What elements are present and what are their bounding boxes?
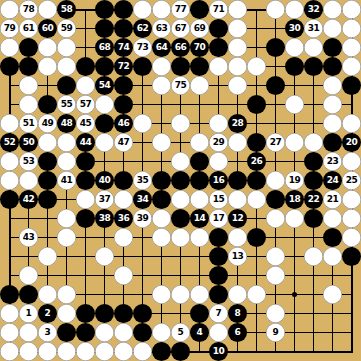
intersection-3-2[interactable] <box>57 38 76 57</box>
intersection-8-16[interactable] <box>152 304 171 323</box>
intersection-5-17[interactable] <box>95 323 114 342</box>
intersection-4-10[interactable] <box>76 190 95 209</box>
intersection-8-9[interactable] <box>152 171 171 190</box>
intersection-5-14[interactable] <box>95 266 114 285</box>
intersection-5-7[interactable] <box>95 133 114 152</box>
intersection-6-18[interactable] <box>114 342 133 361</box>
intersection-11-17[interactable] <box>209 323 228 342</box>
intersection-6-10[interactable] <box>114 190 133 209</box>
intersection-8-3[interactable] <box>152 57 171 76</box>
intersection-17-15[interactable] <box>323 285 342 304</box>
intersection-9-12[interactable] <box>171 228 190 247</box>
intersection-7-17[interactable] <box>133 323 152 342</box>
intersection-9-16[interactable] <box>171 304 190 323</box>
intersection-6-0[interactable] <box>114 0 133 19</box>
intersection-10-10[interactable] <box>190 190 209 209</box>
intersection-9-15[interactable] <box>171 285 190 304</box>
intersection-14-5[interactable] <box>266 95 285 114</box>
intersection-17-8[interactable]: 23 <box>323 152 342 171</box>
intersection-3-5[interactable]: 55 <box>57 95 76 114</box>
intersection-8-10[interactable] <box>152 190 171 209</box>
intersection-15-17[interactable] <box>285 323 304 342</box>
intersection-12-6[interactable]: 28 <box>228 114 247 133</box>
intersection-4-1[interactable] <box>76 19 95 38</box>
intersection-2-4[interactable] <box>38 76 57 95</box>
intersection-6-1[interactable] <box>114 19 133 38</box>
intersection-9-9[interactable] <box>171 171 190 190</box>
intersection-6-4[interactable] <box>114 76 133 95</box>
intersection-4-5[interactable]: 57 <box>76 95 95 114</box>
intersection-2-2[interactable] <box>38 38 57 57</box>
intersection-15-4[interactable] <box>285 76 304 95</box>
intersection-0-15[interactable] <box>0 285 19 304</box>
intersection-8-11[interactable] <box>152 209 171 228</box>
intersection-4-0[interactable] <box>76 0 95 19</box>
intersection-9-7[interactable] <box>171 133 190 152</box>
intersection-11-6[interactable] <box>209 114 228 133</box>
intersection-3-13[interactable] <box>57 247 76 266</box>
intersection-10-13[interactable] <box>190 247 209 266</box>
intersection-15-2[interactable] <box>285 38 304 57</box>
intersection-16-7[interactable] <box>304 133 323 152</box>
intersection-5-12[interactable] <box>95 228 114 247</box>
intersection-5-16[interactable] <box>95 304 114 323</box>
intersection-12-10[interactable] <box>228 190 247 209</box>
intersection-3-0[interactable]: 58 <box>57 0 76 19</box>
intersection-6-11[interactable]: 36 <box>114 209 133 228</box>
intersection-17-2[interactable] <box>323 38 342 57</box>
intersection-14-2[interactable] <box>266 38 285 57</box>
intersection-0-16[interactable] <box>0 304 19 323</box>
intersection-3-12[interactable] <box>57 228 76 247</box>
intersection-4-11[interactable] <box>76 209 95 228</box>
intersection-2-1[interactable]: 60 <box>38 19 57 38</box>
intersection-14-3[interactable] <box>266 57 285 76</box>
intersection-10-14[interactable] <box>190 266 209 285</box>
intersection-11-14[interactable] <box>209 266 228 285</box>
intersection-11-10[interactable]: 15 <box>209 190 228 209</box>
intersection-1-10[interactable]: 42 <box>19 190 38 209</box>
intersection-15-12[interactable] <box>285 228 304 247</box>
intersection-2-10[interactable] <box>38 190 57 209</box>
intersection-16-9[interactable] <box>304 171 323 190</box>
intersection-2-14[interactable] <box>38 266 57 285</box>
intersection-16-15[interactable] <box>304 285 323 304</box>
intersection-0-2[interactable] <box>0 38 19 57</box>
intersection-13-11[interactable] <box>247 209 266 228</box>
intersection-12-16[interactable]: 8 <box>228 304 247 323</box>
intersection-8-13[interactable] <box>152 247 171 266</box>
intersection-16-10[interactable]: 22 <box>304 190 323 209</box>
intersection-4-16[interactable] <box>76 304 95 323</box>
intersection-8-7[interactable] <box>152 133 171 152</box>
intersection-16-17[interactable] <box>304 323 323 342</box>
intersection-9-8[interactable] <box>171 152 190 171</box>
intersection-11-16[interactable]: 7 <box>209 304 228 323</box>
intersection-8-1[interactable]: 63 <box>152 19 171 38</box>
intersection-1-1[interactable]: 61 <box>19 19 38 38</box>
intersection-6-5[interactable] <box>114 95 133 114</box>
intersection-13-9[interactable] <box>247 171 266 190</box>
intersection-3-3[interactable] <box>57 57 76 76</box>
intersection-1-8[interactable]: 53 <box>19 152 38 171</box>
intersection-4-8[interactable] <box>76 152 95 171</box>
intersection-9-14[interactable] <box>171 266 190 285</box>
intersection-14-0[interactable] <box>266 0 285 19</box>
intersection-13-18[interactable] <box>247 342 266 361</box>
intersection-10-7[interactable] <box>190 133 209 152</box>
intersection-17-12[interactable] <box>323 228 342 247</box>
intersection-16-2[interactable] <box>304 38 323 57</box>
intersection-0-0[interactable] <box>0 0 19 19</box>
intersection-15-18[interactable] <box>285 342 304 361</box>
intersection-10-5[interactable] <box>190 95 209 114</box>
intersection-9-3[interactable] <box>171 57 190 76</box>
intersection-0-1[interactable]: 79 <box>0 19 19 38</box>
intersection-15-16[interactable] <box>285 304 304 323</box>
intersection-7-0[interactable] <box>133 0 152 19</box>
intersection-8-15[interactable] <box>152 285 171 304</box>
intersection-18-12[interactable] <box>342 228 361 247</box>
intersection-13-8[interactable]: 26 <box>247 152 266 171</box>
intersection-10-18[interactable] <box>190 342 209 361</box>
intersection-2-9[interactable] <box>38 171 57 190</box>
intersection-13-3[interactable] <box>247 57 266 76</box>
intersection-4-14[interactable] <box>76 266 95 285</box>
intersection-6-15[interactable] <box>114 285 133 304</box>
intersection-0-11[interactable] <box>0 209 19 228</box>
intersection-8-4[interactable] <box>152 76 171 95</box>
intersection-9-4[interactable]: 75 <box>171 76 190 95</box>
intersection-6-14[interactable] <box>114 266 133 285</box>
intersection-17-9[interactable]: 24 <box>323 171 342 190</box>
intersection-4-9[interactable] <box>76 171 95 190</box>
intersection-18-5[interactable] <box>342 95 361 114</box>
intersection-5-6[interactable] <box>95 114 114 133</box>
intersection-10-8[interactable] <box>190 152 209 171</box>
intersection-2-16[interactable]: 2 <box>38 304 57 323</box>
intersection-2-15[interactable] <box>38 285 57 304</box>
intersection-0-7[interactable]: 52 <box>0 133 19 152</box>
intersection-2-7[interactable] <box>38 133 57 152</box>
intersection-2-18[interactable] <box>38 342 57 361</box>
intersection-12-5[interactable] <box>228 95 247 114</box>
intersection-2-17[interactable]: 3 <box>38 323 57 342</box>
intersection-5-4[interactable]: 54 <box>95 76 114 95</box>
intersection-8-8[interactable] <box>152 152 171 171</box>
intersection-3-16[interactable] <box>57 304 76 323</box>
intersection-4-2[interactable] <box>76 38 95 57</box>
intersection-18-17[interactable] <box>342 323 361 342</box>
intersection-11-7[interactable]: 29 <box>209 133 228 152</box>
intersection-16-8[interactable] <box>304 152 323 171</box>
intersection-14-14[interactable] <box>266 266 285 285</box>
intersection-18-11[interactable] <box>342 209 361 228</box>
intersection-14-10[interactable] <box>266 190 285 209</box>
intersection-3-17[interactable] <box>57 323 76 342</box>
intersection-1-16[interactable]: 1 <box>19 304 38 323</box>
intersection-3-7[interactable] <box>57 133 76 152</box>
intersection-11-2[interactable] <box>209 38 228 57</box>
intersection-16-18[interactable] <box>304 342 323 361</box>
intersection-8-14[interactable] <box>152 266 171 285</box>
intersection-7-6[interactable] <box>133 114 152 133</box>
intersection-17-14[interactable] <box>323 266 342 285</box>
intersection-14-6[interactable] <box>266 114 285 133</box>
intersection-13-13[interactable] <box>247 247 266 266</box>
intersection-10-2[interactable]: 70 <box>190 38 209 57</box>
intersection-5-15[interactable] <box>95 285 114 304</box>
intersection-15-7[interactable] <box>285 133 304 152</box>
intersection-15-6[interactable] <box>285 114 304 133</box>
intersection-13-0[interactable] <box>247 0 266 19</box>
intersection-16-1[interactable]: 31 <box>304 19 323 38</box>
intersection-6-9[interactable] <box>114 171 133 190</box>
intersection-14-12[interactable] <box>266 228 285 247</box>
intersection-7-14[interactable] <box>133 266 152 285</box>
intersection-12-0[interactable] <box>228 0 247 19</box>
intersection-0-4[interactable] <box>0 76 19 95</box>
intersection-10-0[interactable] <box>190 0 209 19</box>
intersection-3-4[interactable] <box>57 76 76 95</box>
intersection-5-18[interactable] <box>95 342 114 361</box>
intersection-18-6[interactable] <box>342 114 361 133</box>
intersection-13-6[interactable] <box>247 114 266 133</box>
intersection-14-13[interactable] <box>266 247 285 266</box>
intersection-12-18[interactable] <box>228 342 247 361</box>
intersection-11-11[interactable]: 17 <box>209 209 228 228</box>
intersection-18-9[interactable]: 25 <box>342 171 361 190</box>
intersection-13-2[interactable] <box>247 38 266 57</box>
intersection-13-10[interactable] <box>247 190 266 209</box>
intersection-0-3[interactable] <box>0 57 19 76</box>
intersection-10-17[interactable]: 4 <box>190 323 209 342</box>
intersection-12-13[interactable]: 13 <box>228 247 247 266</box>
intersection-10-9[interactable] <box>190 171 209 190</box>
intersection-8-6[interactable] <box>152 114 171 133</box>
intersection-10-4[interactable] <box>190 76 209 95</box>
intersection-11-8[interactable] <box>209 152 228 171</box>
intersection-15-13[interactable] <box>285 247 304 266</box>
intersection-11-13[interactable] <box>209 247 228 266</box>
intersection-3-15[interactable] <box>57 285 76 304</box>
intersection-2-6[interactable]: 49 <box>38 114 57 133</box>
intersection-18-18[interactable] <box>342 342 361 361</box>
intersection-7-15[interactable] <box>133 285 152 304</box>
intersection-1-3[interactable] <box>19 57 38 76</box>
intersection-6-12[interactable] <box>114 228 133 247</box>
intersection-1-0[interactable]: 78 <box>19 0 38 19</box>
intersection-7-10[interactable]: 34 <box>133 190 152 209</box>
intersection-14-15[interactable] <box>266 285 285 304</box>
intersection-14-11[interactable] <box>266 209 285 228</box>
intersection-14-16[interactable] <box>266 304 285 323</box>
intersection-9-6[interactable] <box>171 114 190 133</box>
intersection-8-5[interactable] <box>152 95 171 114</box>
intersection-10-11[interactable]: 14 <box>190 209 209 228</box>
intersection-18-8[interactable] <box>342 152 361 171</box>
intersection-5-11[interactable]: 38 <box>95 209 114 228</box>
intersection-1-17[interactable] <box>19 323 38 342</box>
intersection-1-7[interactable]: 50 <box>19 133 38 152</box>
intersection-12-9[interactable] <box>228 171 247 190</box>
intersection-16-16[interactable] <box>304 304 323 323</box>
intersection-18-14[interactable] <box>342 266 361 285</box>
intersection-3-8[interactable] <box>57 152 76 171</box>
intersection-1-11[interactable] <box>19 209 38 228</box>
intersection-5-8[interactable] <box>95 152 114 171</box>
intersection-13-1[interactable] <box>247 19 266 38</box>
intersection-5-3[interactable] <box>95 57 114 76</box>
intersection-3-6[interactable]: 48 <box>57 114 76 133</box>
intersection-0-13[interactable] <box>0 247 19 266</box>
intersection-9-10[interactable] <box>171 190 190 209</box>
intersection-7-5[interactable] <box>133 95 152 114</box>
intersection-15-15[interactable] <box>285 285 304 304</box>
intersection-15-8[interactable] <box>285 152 304 171</box>
intersection-6-6[interactable]: 46 <box>114 114 133 133</box>
intersection-1-5[interactable] <box>19 95 38 114</box>
intersection-0-17[interactable] <box>0 323 19 342</box>
intersection-10-1[interactable]: 69 <box>190 19 209 38</box>
intersection-0-8[interactable] <box>0 152 19 171</box>
intersection-15-0[interactable] <box>285 0 304 19</box>
intersection-9-2[interactable]: 66 <box>171 38 190 57</box>
intersection-11-15[interactable] <box>209 285 228 304</box>
intersection-16-0[interactable]: 32 <box>304 0 323 19</box>
intersection-11-3[interactable] <box>209 57 228 76</box>
intersection-7-8[interactable] <box>133 152 152 171</box>
intersection-17-18[interactable] <box>323 342 342 361</box>
intersection-6-3[interactable]: 72 <box>114 57 133 76</box>
intersection-12-1[interactable] <box>228 19 247 38</box>
intersection-17-4[interactable] <box>323 76 342 95</box>
intersection-4-6[interactable]: 45 <box>76 114 95 133</box>
intersection-14-18[interactable] <box>266 342 285 361</box>
intersection-17-6[interactable] <box>323 114 342 133</box>
intersection-8-17[interactable] <box>152 323 171 342</box>
intersection-17-13[interactable] <box>323 247 342 266</box>
intersection-4-7[interactable]: 44 <box>76 133 95 152</box>
intersection-18-16[interactable] <box>342 304 361 323</box>
intersection-11-0[interactable]: 71 <box>209 0 228 19</box>
intersection-14-8[interactable] <box>266 152 285 171</box>
intersection-3-1[interactable]: 59 <box>57 19 76 38</box>
intersection-7-13[interactable] <box>133 247 152 266</box>
intersection-17-17[interactable] <box>323 323 342 342</box>
intersection-4-17[interactable] <box>76 323 95 342</box>
intersection-5-0[interactable] <box>95 0 114 19</box>
intersection-16-6[interactable] <box>304 114 323 133</box>
intersection-13-12[interactable] <box>247 228 266 247</box>
intersection-7-12[interactable] <box>133 228 152 247</box>
intersection-4-12[interactable] <box>76 228 95 247</box>
intersection-11-18[interactable]: 10 <box>209 342 228 361</box>
intersection-0-14[interactable] <box>0 266 19 285</box>
intersection-6-2[interactable]: 74 <box>114 38 133 57</box>
intersection-18-0[interactable] <box>342 0 361 19</box>
intersection-13-16[interactable] <box>247 304 266 323</box>
intersection-9-5[interactable] <box>171 95 190 114</box>
intersection-18-2[interactable] <box>342 38 361 57</box>
intersection-18-1[interactable] <box>342 19 361 38</box>
intersection-4-15[interactable] <box>76 285 95 304</box>
intersection-12-17[interactable]: 6 <box>228 323 247 342</box>
intersection-11-9[interactable]: 16 <box>209 171 228 190</box>
intersection-18-15[interactable] <box>342 285 361 304</box>
intersection-7-11[interactable]: 39 <box>133 209 152 228</box>
intersection-5-9[interactable]: 40 <box>95 171 114 190</box>
intersection-13-4[interactable] <box>247 76 266 95</box>
intersection-16-4[interactable] <box>304 76 323 95</box>
intersection-12-7[interactable] <box>228 133 247 152</box>
intersection-11-5[interactable] <box>209 95 228 114</box>
intersection-9-0[interactable]: 77 <box>171 0 190 19</box>
intersection-18-4[interactable] <box>342 76 361 95</box>
intersection-3-10[interactable] <box>57 190 76 209</box>
intersection-6-8[interactable] <box>114 152 133 171</box>
intersection-16-14[interactable] <box>304 266 323 285</box>
intersection-2-13[interactable] <box>38 247 57 266</box>
intersection-10-12[interactable] <box>190 228 209 247</box>
intersection-2-5[interactable] <box>38 95 57 114</box>
intersection-12-14[interactable] <box>228 266 247 285</box>
intersection-1-2[interactable] <box>19 38 38 57</box>
intersection-15-14[interactable] <box>285 266 304 285</box>
intersection-12-15[interactable] <box>228 285 247 304</box>
intersection-10-3[interactable] <box>190 57 209 76</box>
intersection-2-12[interactable] <box>38 228 57 247</box>
intersection-17-0[interactable] <box>323 0 342 19</box>
intersection-14-9[interactable] <box>266 171 285 190</box>
intersection-13-17[interactable] <box>247 323 266 342</box>
intersection-13-15[interactable] <box>247 285 266 304</box>
intersection-2-11[interactable] <box>38 209 57 228</box>
intersection-9-17[interactable]: 5 <box>171 323 190 342</box>
intersection-7-16[interactable] <box>133 304 152 323</box>
intersection-6-17[interactable] <box>114 323 133 342</box>
intersection-4-13[interactable] <box>76 247 95 266</box>
intersection-16-11[interactable] <box>304 209 323 228</box>
intersection-2-8[interactable] <box>38 152 57 171</box>
intersection-7-7[interactable] <box>133 133 152 152</box>
intersection-13-5[interactable] <box>247 95 266 114</box>
intersection-7-2[interactable]: 73 <box>133 38 152 57</box>
intersection-5-10[interactable]: 37 <box>95 190 114 209</box>
intersection-9-11[interactable] <box>171 209 190 228</box>
intersection-17-7[interactable] <box>323 133 342 152</box>
intersection-1-4[interactable] <box>19 76 38 95</box>
intersection-4-3[interactable] <box>76 57 95 76</box>
intersection-3-18[interactable] <box>57 342 76 361</box>
intersection-14-4[interactable] <box>266 76 285 95</box>
intersection-12-11[interactable]: 12 <box>228 209 247 228</box>
intersection-0-6[interactable] <box>0 114 19 133</box>
intersection-16-12[interactable] <box>304 228 323 247</box>
intersection-0-18[interactable] <box>0 342 19 361</box>
intersection-17-5[interactable] <box>323 95 342 114</box>
intersection-18-3[interactable] <box>342 57 361 76</box>
intersection-11-1[interactable] <box>209 19 228 38</box>
intersection-1-15[interactable] <box>19 285 38 304</box>
intersection-6-7[interactable]: 47 <box>114 133 133 152</box>
intersection-8-2[interactable]: 64 <box>152 38 171 57</box>
intersection-15-5[interactable] <box>285 95 304 114</box>
intersection-12-4[interactable] <box>228 76 247 95</box>
intersection-8-0[interactable] <box>152 0 171 19</box>
intersection-14-17[interactable]: 9 <box>266 323 285 342</box>
intersection-18-13[interactable] <box>342 247 361 266</box>
